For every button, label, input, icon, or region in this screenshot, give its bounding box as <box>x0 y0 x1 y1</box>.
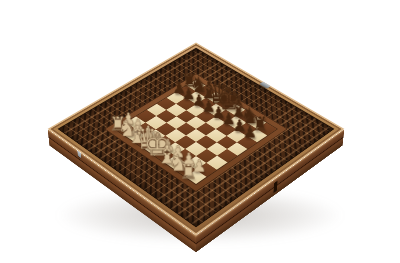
square-h7[interactable]: ♟ <box>247 129 267 142</box>
hinge-seam-icon <box>273 181 277 193</box>
piece-white-rook[interactable]: ♜ <box>166 162 211 182</box>
chess-set-photo: ♜♞♝♛♚♝♞♜♟♟♟♟♟♟♟♟♟♟♟♟♟♟♟♟♜♞♝♛♚♝♞♜ <box>0 0 400 263</box>
square-h1[interactable]: ♜ <box>185 170 206 184</box>
piece-black-pawn[interactable]: ♟ <box>229 124 272 140</box>
